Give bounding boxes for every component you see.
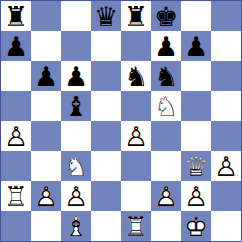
square-e3[interactable] (121, 151, 151, 181)
white-pawn-icon: ♙ (181, 181, 211, 211)
black-rook-icon: ♜ (121, 1, 151, 31)
square-a8[interactable]: ♜ (1, 1, 31, 31)
square-f2[interactable]: ♟♙ (151, 181, 181, 211)
square-c2[interactable]: ♟♙ (61, 181, 91, 211)
black-queen-icon: ♛ (91, 1, 121, 31)
piece-black-pawn[interactable]: ♟ (1, 31, 31, 61)
piece-white-pawn[interactable]: ♟♙ (121, 121, 151, 151)
square-g3[interactable]: ♛♕ (181, 151, 211, 181)
square-a2[interactable]: ♜♖ (1, 181, 31, 211)
square-f5[interactable]: ♞♘ (151, 91, 181, 121)
piece-black-pawn[interactable]: ♟ (61, 61, 91, 91)
piece-white-pawn[interactable]: ♟♙ (31, 181, 61, 211)
square-c8[interactable] (61, 1, 91, 31)
piece-white-pawn[interactable]: ♟♙ (61, 181, 91, 211)
square-a3[interactable] (1, 151, 31, 181)
piece-white-pawn[interactable]: ♟♙ (151, 181, 181, 211)
square-h5[interactable] (211, 91, 241, 121)
square-g2[interactable]: ♟♙ (181, 181, 211, 211)
white-knight-icon: ♘ (61, 151, 91, 181)
square-a5[interactable] (1, 91, 31, 121)
piece-white-pawn[interactable]: ♟♙ (211, 151, 241, 181)
black-bishop-icon: ♝ (61, 91, 91, 121)
square-d6[interactable] (91, 61, 121, 91)
square-a4[interactable]: ♟♙ (1, 121, 31, 151)
black-pawn-icon: ♟ (31, 61, 61, 91)
black-knight-icon: ♞ (151, 61, 181, 91)
piece-black-pawn[interactable]: ♟ (151, 31, 181, 61)
white-pawn-icon: ♙ (1, 121, 31, 151)
square-b6[interactable]: ♟ (31, 61, 61, 91)
piece-black-queen[interactable]: ♛ (91, 1, 121, 31)
square-g6[interactable] (181, 61, 211, 91)
square-g7[interactable]: ♟ (181, 31, 211, 61)
square-e6[interactable]: ♞ (121, 61, 151, 91)
piece-white-pawn[interactable]: ♟♙ (1, 121, 31, 151)
piece-black-bishop[interactable]: ♝ (61, 91, 91, 121)
square-e2[interactable] (121, 181, 151, 211)
square-h7[interactable] (211, 31, 241, 61)
piece-white-rook[interactable]: ♜♖ (121, 211, 151, 241)
black-knight-icon: ♞ (121, 61, 151, 91)
white-rook-icon: ♖ (121, 211, 151, 241)
square-f4[interactable] (151, 121, 181, 151)
piece-black-rook[interactable]: ♜ (121, 1, 151, 31)
square-b7[interactable] (31, 31, 61, 61)
white-rook-icon: ♖ (1, 181, 31, 211)
piece-black-pawn[interactable]: ♟ (31, 61, 61, 91)
piece-white-rook[interactable]: ♜♖ (1, 181, 31, 211)
square-e4[interactable]: ♟♙ (121, 121, 151, 151)
square-e7[interactable] (121, 31, 151, 61)
piece-white-king[interactable]: ♚♔ (181, 211, 211, 241)
black-pawn-icon: ♟ (151, 31, 181, 61)
piece-black-knight[interactable]: ♞ (121, 61, 151, 91)
piece-black-king[interactable]: ♚ (151, 1, 181, 31)
square-f7[interactable]: ♟ (151, 31, 181, 61)
black-pawn-icon: ♟ (1, 31, 31, 61)
square-h2[interactable] (211, 181, 241, 211)
square-c1[interactable]: ♝♗ (61, 211, 91, 241)
chess-board: ♜♛♜♚♟♟♟♟♟♞♞♝♞♘♟♙♟♙♞♘♛♕♟♙♜♖♟♙♟♙♟♙♟♙♝♗♜♖♚♔ (0, 0, 242, 242)
square-h4[interactable] (211, 121, 241, 151)
piece-white-knight[interactable]: ♞♘ (61, 151, 91, 181)
square-d7[interactable] (91, 31, 121, 61)
piece-white-bishop[interactable]: ♝♗ (61, 211, 91, 241)
white-pawn-icon: ♙ (31, 181, 61, 211)
black-pawn-icon: ♟ (61, 61, 91, 91)
square-f3[interactable] (151, 151, 181, 181)
square-c6[interactable]: ♟ (61, 61, 91, 91)
square-c4[interactable] (61, 121, 91, 151)
white-king-icon: ♔ (181, 211, 211, 241)
black-pawn-icon: ♟ (181, 31, 211, 61)
white-pawn-icon: ♙ (121, 121, 151, 151)
piece-white-pawn[interactable]: ♟♙ (181, 181, 211, 211)
square-b5[interactable] (31, 91, 61, 121)
piece-white-knight[interactable]: ♞♘ (151, 91, 181, 121)
square-e1[interactable]: ♜♖ (121, 211, 151, 241)
square-e8[interactable]: ♜ (121, 1, 151, 31)
square-h8[interactable] (211, 1, 241, 31)
square-d2[interactable] (91, 181, 121, 211)
square-g1[interactable]: ♚♔ (181, 211, 211, 241)
black-rook-icon: ♜ (1, 1, 31, 31)
square-b3[interactable] (31, 151, 61, 181)
square-h6[interactable] (211, 61, 241, 91)
square-a1[interactable] (1, 211, 31, 241)
white-pawn-icon: ♙ (211, 151, 241, 181)
white-pawn-icon: ♙ (61, 181, 91, 211)
square-g4[interactable] (181, 121, 211, 151)
piece-white-queen[interactable]: ♛♕ (181, 151, 211, 181)
square-d1[interactable] (91, 211, 121, 241)
square-f1[interactable] (151, 211, 181, 241)
square-f8[interactable]: ♚ (151, 1, 181, 31)
square-g5[interactable] (181, 91, 211, 121)
square-c3[interactable]: ♞♘ (61, 151, 91, 181)
white-pawn-icon: ♙ (151, 181, 181, 211)
square-d3[interactable] (91, 151, 121, 181)
square-b4[interactable] (31, 121, 61, 151)
square-d8[interactable]: ♛ (91, 1, 121, 31)
square-a6[interactable] (1, 61, 31, 91)
square-h1[interactable] (211, 211, 241, 241)
square-b2[interactable]: ♟♙ (31, 181, 61, 211)
square-b8[interactable] (31, 1, 61, 31)
square-d4[interactable] (91, 121, 121, 151)
square-f6[interactable]: ♞ (151, 61, 181, 91)
piece-black-rook[interactable]: ♜ (1, 1, 31, 31)
piece-black-pawn[interactable]: ♟ (181, 31, 211, 61)
white-knight-icon: ♘ (151, 91, 181, 121)
square-g8[interactable] (181, 1, 211, 31)
square-d5[interactable] (91, 91, 121, 121)
square-b1[interactable] (31, 211, 61, 241)
square-c5[interactable]: ♝ (61, 91, 91, 121)
square-c7[interactable] (61, 31, 91, 61)
white-bishop-icon: ♗ (61, 211, 91, 241)
white-queen-icon: ♕ (181, 151, 211, 181)
square-h3[interactable]: ♟♙ (211, 151, 241, 181)
square-e5[interactable] (121, 91, 151, 121)
square-a7[interactable]: ♟ (1, 31, 31, 61)
piece-black-knight[interactable]: ♞ (151, 61, 181, 91)
black-king-icon: ♚ (151, 1, 181, 31)
